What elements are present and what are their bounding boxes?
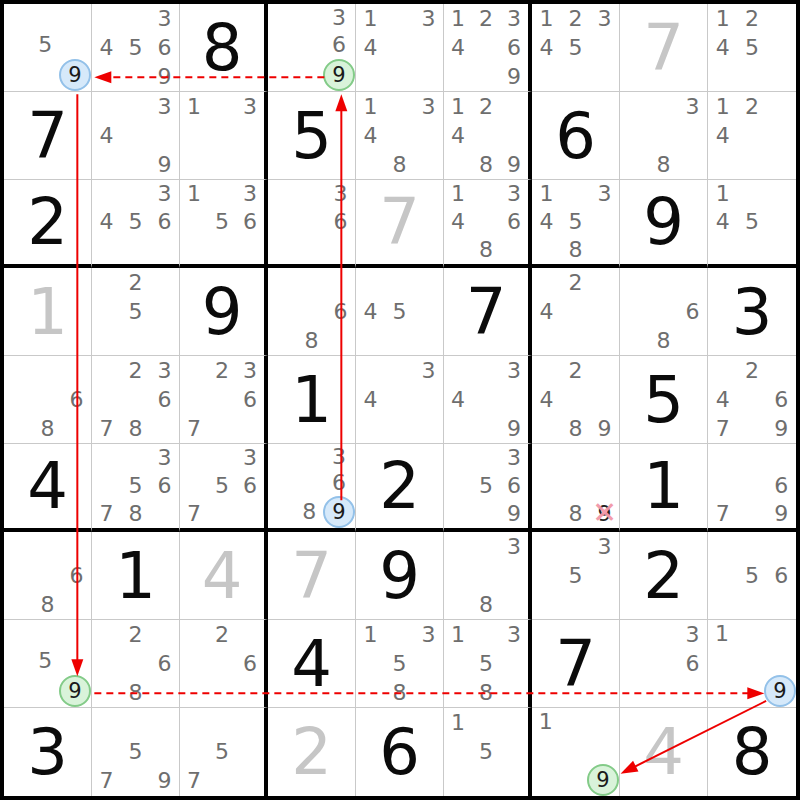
candidate-r1c6-1: 1 bbox=[451, 8, 465, 30]
candidate-r5c7-9: 9 bbox=[598, 418, 612, 440]
candidate-r8c2-8: 8 bbox=[129, 682, 143, 704]
candidates-r7c1: 68 bbox=[4, 532, 91, 619]
candidate-r7c7-3: 3 bbox=[598, 536, 612, 558]
candidate-r5c3-7: 7 bbox=[187, 418, 201, 440]
candidate-r1c4-3: 3 bbox=[332, 7, 346, 29]
cell-r9c1[interactable]: 3 bbox=[4, 708, 92, 796]
cell-r2c1[interactable]: 7 bbox=[4, 92, 92, 180]
candidate-r2c3-1: 1 bbox=[187, 96, 201, 118]
candidate-r3c7-1: 1 bbox=[540, 183, 554, 205]
candidate-r6c6-6: 6 bbox=[507, 475, 521, 497]
candidate-r6c7-8: 8 bbox=[569, 503, 583, 525]
candidate-r7c1-8: 8 bbox=[41, 594, 55, 616]
candidates-r3c2: 3456 bbox=[92, 180, 179, 264]
candidate-r2c9-4: 4 bbox=[716, 125, 730, 147]
candidate-r8c5-5: 5 bbox=[393, 653, 407, 675]
cell-r8c7[interactable]: 7 bbox=[532, 620, 620, 708]
candidate-r2c8-3: 3 bbox=[686, 96, 700, 118]
candidate-r8c8-3: 3 bbox=[686, 624, 700, 646]
candidates-r1c4: 369 bbox=[268, 4, 355, 91]
digit-r2c7: 6 bbox=[555, 104, 596, 168]
cell-r2c6[interactable]: 12489 bbox=[444, 92, 532, 180]
cell-r1c2[interactable]: 34569 bbox=[92, 4, 180, 92]
digit-r8c7: 7 bbox=[555, 632, 596, 696]
candidate-r7c6-8: 8 bbox=[479, 594, 493, 616]
candidate-r3c9-4: 4 bbox=[716, 211, 730, 233]
candidate-r3c6-4: 4 bbox=[451, 211, 465, 233]
candidates-r3c7: 13458 bbox=[532, 180, 619, 264]
digit-r6c5: 2 bbox=[379, 454, 420, 518]
candidates-r7c9: 56 bbox=[708, 532, 796, 619]
candidates-r7c7: 35 bbox=[532, 532, 619, 619]
cell-r6c8[interactable]: 1 bbox=[620, 444, 708, 532]
candidate-r6c9-7: 7 bbox=[716, 503, 730, 525]
cell-r6c9[interactable]: 679 bbox=[708, 444, 796, 532]
cell-r5c6[interactable]: 349 bbox=[444, 356, 532, 444]
candidate-r9c6-1: 1 bbox=[451, 712, 465, 734]
candidate-r4c4-8: 8 bbox=[305, 330, 319, 352]
candidate-r1c9-4: 4 bbox=[716, 37, 730, 59]
candidate-r3c3-6: 6 bbox=[243, 211, 257, 233]
candidates-r1c2: 34569 bbox=[92, 4, 179, 91]
candidate-r2c5-8: 8 bbox=[393, 154, 407, 176]
cell-r4c6[interactable]: 7 bbox=[444, 268, 532, 356]
cell-r5c5[interactable]: 34 bbox=[356, 356, 444, 444]
candidate-r3c6-6: 6 bbox=[507, 211, 521, 233]
candidate-r3c2-3: 3 bbox=[158, 183, 172, 205]
cell-r9c5[interactable]: 6 bbox=[356, 708, 444, 796]
candidate-r2c5-4: 4 bbox=[364, 125, 378, 147]
digit-r2c4: 5 bbox=[291, 104, 332, 168]
candidate-r3c4-3: 3 bbox=[334, 183, 348, 205]
cell-r1c7[interactable]: 12345 bbox=[532, 4, 620, 92]
solved-digit-r1c8: 7 bbox=[643, 16, 684, 80]
cell-r7c8[interactable]: 2 bbox=[620, 532, 708, 620]
cell-r5c7[interactable]: 2489 bbox=[532, 356, 620, 444]
digit-r9c5: 6 bbox=[379, 720, 420, 784]
cell-r4c7[interactable]: 24 bbox=[532, 268, 620, 356]
candidate-r6c9-6: 6 bbox=[774, 475, 788, 497]
cell-r3c5[interactable]: 7 bbox=[356, 180, 444, 268]
cell-r9c6[interactable]: 15 bbox=[444, 708, 532, 796]
candidate-r9c6-5: 5 bbox=[479, 741, 493, 763]
candidates-r7c6: 38 bbox=[444, 532, 528, 619]
cell-r8c8[interactable]: 36 bbox=[620, 620, 708, 708]
candidate-r6c4-3: 3 bbox=[332, 446, 346, 468]
cell-r4c4[interactable]: 68 bbox=[268, 268, 356, 356]
cell-r5c3[interactable]: 2367 bbox=[180, 356, 268, 444]
candidate-r7c7-5: 5 bbox=[569, 565, 583, 587]
cell-r9c9[interactable]: 8 bbox=[708, 708, 796, 796]
candidates-r6c7: 89 bbox=[532, 444, 619, 528]
candidate-r1c9-5: 5 bbox=[745, 37, 759, 59]
candidate-r3c2-4: 4 bbox=[100, 211, 114, 233]
candidates-r8c3: 26 bbox=[180, 620, 264, 707]
candidate-r5c2-7: 7 bbox=[100, 418, 114, 440]
candidate-r8c3-2: 2 bbox=[215, 624, 229, 646]
candidate-r1c9-2: 2 bbox=[745, 8, 759, 30]
digit-r4c3: 9 bbox=[202, 280, 243, 344]
cell-r1c9[interactable]: 1245 bbox=[708, 4, 796, 92]
cell-r3c7[interactable]: 13458 bbox=[532, 180, 620, 268]
candidate-r1c6-2: 2 bbox=[479, 8, 493, 30]
cell-r8c3[interactable]: 26 bbox=[180, 620, 268, 708]
candidate-r4c7-4: 4 bbox=[540, 301, 554, 323]
candidate-r3c7-8: 8 bbox=[569, 239, 583, 261]
candidate-r5c2-2: 2 bbox=[129, 360, 143, 382]
candidates-r1c1: 59 bbox=[4, 4, 91, 91]
candidate-r5c2-8: 8 bbox=[129, 418, 143, 440]
chain-node-green-r8c1-9: 9 bbox=[59, 675, 91, 707]
candidate-r5c2-6: 6 bbox=[158, 389, 172, 411]
digit-r6c8: 1 bbox=[643, 454, 684, 518]
candidate-r1c9-1: 1 bbox=[716, 8, 730, 30]
candidate-r4c5-4: 4 bbox=[364, 301, 378, 323]
candidate-r3c6-1: 1 bbox=[451, 183, 465, 205]
candidates-r4c7: 24 bbox=[532, 268, 619, 355]
cell-r5c8[interactable]: 5 bbox=[620, 356, 708, 444]
candidate-r7c9-6: 6 bbox=[774, 565, 788, 587]
candidates-r8c9: 19 bbox=[708, 620, 796, 707]
candidate-r1c6-4: 4 bbox=[451, 37, 465, 59]
candidate-r8c2-2: 2 bbox=[129, 624, 143, 646]
candidate-r5c9-4: 4 bbox=[716, 389, 730, 411]
candidates-r6c3: 3567 bbox=[180, 444, 264, 528]
candidate-r2c2-9: 9 bbox=[158, 154, 172, 176]
eliminated-candidate-r6c7-9: 9 bbox=[598, 503, 612, 525]
candidate-r6c2-3: 3 bbox=[158, 447, 172, 469]
cell-r7c5[interactable]: 9 bbox=[356, 532, 444, 620]
candidates-r8c8: 36 bbox=[620, 620, 707, 707]
candidate-r1c2-4: 4 bbox=[100, 37, 114, 59]
candidate-r3c6-3: 3 bbox=[507, 183, 521, 205]
candidate-r3c3-5: 5 bbox=[215, 211, 229, 233]
candidate-r8c5-1: 1 bbox=[364, 624, 378, 646]
candidate-r8c6-1: 1 bbox=[451, 624, 465, 646]
cell-r2c4[interactable]: 5 bbox=[268, 92, 356, 180]
candidate-r9c2-9: 9 bbox=[158, 770, 172, 792]
candidates-r9c3: 57 bbox=[180, 708, 264, 796]
cell-r2c9[interactable]: 124 bbox=[708, 92, 796, 180]
digit-r5c8: 5 bbox=[643, 368, 684, 432]
cell-r1c3[interactable]: 8 bbox=[180, 4, 268, 92]
cell-r7c7[interactable]: 35 bbox=[532, 532, 620, 620]
candidate-r2c6-9: 9 bbox=[507, 154, 521, 176]
candidate-r5c2-3: 3 bbox=[158, 360, 172, 382]
digit-r4c6: 7 bbox=[466, 280, 507, 344]
candidates-r6c2: 35678 bbox=[92, 444, 179, 528]
candidate-r8c5-8: 8 bbox=[393, 682, 407, 704]
candidates-r3c3: 1356 bbox=[180, 180, 264, 264]
cell-r4c8[interactable]: 68 bbox=[620, 268, 708, 356]
solved-digit-r4c1: 1 bbox=[27, 280, 68, 344]
candidates-r8c5: 1358 bbox=[356, 620, 443, 707]
candidate-r4c2-5: 5 bbox=[129, 301, 143, 323]
cell-r2c8[interactable]: 38 bbox=[620, 92, 708, 180]
candidate-r4c8-8: 8 bbox=[657, 330, 671, 352]
cell-r7c3[interactable]: 4 bbox=[180, 532, 268, 620]
candidate-r1c7-4: 4 bbox=[540, 37, 554, 59]
candidate-r2c2-3: 3 bbox=[158, 96, 172, 118]
candidate-r2c6-1: 1 bbox=[451, 96, 465, 118]
cell-r2c7[interactable]: 6 bbox=[532, 92, 620, 180]
solved-digit-r3c5: 7 bbox=[379, 190, 420, 254]
candidates-r1c5: 134 bbox=[356, 4, 443, 91]
cell-r3c6[interactable]: 13468 bbox=[444, 180, 532, 268]
cell-r3c1[interactable]: 2 bbox=[4, 180, 92, 268]
candidates-r9c6: 15 bbox=[444, 708, 528, 796]
cell-r3c3[interactable]: 1356 bbox=[180, 180, 268, 268]
candidate-r6c6-9: 9 bbox=[507, 503, 521, 525]
candidates-r5c1: 68 bbox=[4, 356, 91, 443]
candidates-r5c5: 34 bbox=[356, 356, 443, 443]
candidates-r2c6: 12489 bbox=[444, 92, 528, 179]
cell-r4c5[interactable]: 45 bbox=[356, 268, 444, 356]
candidate-r2c6-2: 2 bbox=[479, 96, 493, 118]
candidates-r5c7: 2489 bbox=[532, 356, 619, 443]
cell-r2c2[interactable]: 349 bbox=[92, 92, 180, 180]
cell-r6c1[interactable]: 4 bbox=[4, 444, 92, 532]
digit-r2c1: 7 bbox=[27, 104, 68, 168]
cell-r5c4[interactable]: 1 bbox=[268, 356, 356, 444]
candidate-r7c1-6: 6 bbox=[70, 565, 84, 587]
candidate-r1c2-9: 9 bbox=[158, 66, 172, 88]
candidates-r2c9: 124 bbox=[708, 92, 796, 179]
candidate-r8c6-5: 5 bbox=[479, 653, 493, 675]
candidate-r9c2-5: 5 bbox=[129, 741, 143, 763]
candidate-r6c3-7: 7 bbox=[187, 503, 201, 525]
candidates-r8c1: 59 bbox=[4, 620, 91, 707]
candidate-r6c9-9: 9 bbox=[774, 503, 788, 525]
chain-node-blue-r6c4-9: 9 bbox=[323, 496, 355, 528]
solved-digit-r9c4: 2 bbox=[291, 720, 332, 784]
candidates-r9c2: 579 bbox=[92, 708, 179, 796]
cell-r1c1[interactable]: 59 bbox=[4, 4, 92, 92]
candidate-r1c4-6: 6 bbox=[332, 34, 346, 56]
candidate-r1c5-3: 3 bbox=[422, 8, 436, 30]
candidates-r5c3: 2367 bbox=[180, 356, 264, 443]
digit-r8c4: 4 bbox=[291, 632, 332, 696]
cell-r1c6[interactable]: 123469 bbox=[444, 4, 532, 92]
candidates-r8c6: 1358 bbox=[444, 620, 528, 707]
cell-r9c7[interactable]: 19 bbox=[532, 708, 620, 796]
candidates-r2c8: 38 bbox=[620, 92, 707, 179]
cell-r6c6[interactable]: 3569 bbox=[444, 444, 532, 532]
candidate-r5c3-3: 3 bbox=[243, 360, 257, 382]
cell-r6c5[interactable]: 2 bbox=[356, 444, 444, 532]
cell-r5c2[interactable]: 23678 bbox=[92, 356, 180, 444]
candidate-r6c3-6: 6 bbox=[243, 475, 257, 497]
candidate-r6c2-8: 8 bbox=[129, 503, 143, 525]
candidate-r8c5-3: 3 bbox=[422, 624, 436, 646]
candidate-r4c2-2: 2 bbox=[129, 272, 143, 294]
candidate-r1c2-5: 5 bbox=[129, 37, 143, 59]
candidate-r7c9-5: 5 bbox=[745, 565, 759, 587]
candidate-r5c1-6: 6 bbox=[70, 389, 84, 411]
solved-digit-r7c4: 7 bbox=[291, 544, 332, 608]
candidates-r6c4: 3689 bbox=[268, 444, 355, 528]
candidate-r2c5-1: 1 bbox=[364, 96, 378, 118]
cell-r8c1[interactable]: 59 bbox=[4, 620, 92, 708]
candidates-r3c6: 13468 bbox=[444, 180, 528, 264]
cell-r5c1[interactable]: 68 bbox=[4, 356, 92, 444]
candidate-r1c7-2: 2 bbox=[569, 8, 583, 30]
candidate-r6c4-6: 6 bbox=[332, 472, 346, 494]
candidate-r6c3-5: 5 bbox=[215, 475, 229, 497]
candidate-r2c6-8: 8 bbox=[479, 154, 493, 176]
candidate-r1c6-3: 3 bbox=[507, 8, 521, 30]
cell-r3c9[interactable]: 145 bbox=[708, 180, 796, 268]
digit-r5c4: 1 bbox=[291, 368, 332, 432]
cell-r4c1[interactable]: 1 bbox=[4, 268, 92, 356]
digit-r6c1: 4 bbox=[27, 454, 68, 518]
cell-r3c2[interactable]: 3456 bbox=[92, 180, 180, 268]
candidate-r2c3-3: 3 bbox=[243, 96, 257, 118]
cell-r9c8[interactable]: 4 bbox=[620, 708, 708, 796]
cell-r7c4[interactable]: 7 bbox=[268, 532, 356, 620]
cell-r7c6[interactable]: 38 bbox=[444, 532, 532, 620]
candidate-r1c7-3: 3 bbox=[598, 8, 612, 30]
candidate-r5c5-4: 4 bbox=[364, 389, 378, 411]
digit-r4c9: 3 bbox=[732, 280, 773, 344]
cell-r1c5[interactable]: 134 bbox=[356, 4, 444, 92]
candidates-r6c6: 3569 bbox=[444, 444, 528, 528]
candidate-r8c3-6: 6 bbox=[243, 653, 257, 675]
candidate-r1c6-6: 6 bbox=[507, 37, 521, 59]
candidate-r5c7-4: 4 bbox=[540, 389, 554, 411]
digit-r9c1: 3 bbox=[27, 720, 68, 784]
candidate-r5c7-2: 2 bbox=[569, 360, 583, 382]
cell-r8c4[interactable]: 4 bbox=[268, 620, 356, 708]
candidate-r2c9-2: 2 bbox=[745, 96, 759, 118]
candidate-r3c3-3: 3 bbox=[243, 183, 257, 205]
candidate-r5c5-3: 3 bbox=[422, 360, 436, 382]
cell-r8c5[interactable]: 1358 bbox=[356, 620, 444, 708]
candidate-r2c2-4: 4 bbox=[100, 125, 114, 147]
cell-r6c3[interactable]: 3567 bbox=[180, 444, 268, 532]
cell-r9c2[interactable]: 579 bbox=[92, 708, 180, 796]
digit-r3c8: 9 bbox=[643, 190, 684, 254]
candidate-r2c9-1: 1 bbox=[716, 96, 730, 118]
candidate-r7c6-3: 3 bbox=[507, 536, 521, 558]
cell-r1c8[interactable]: 7 bbox=[620, 4, 708, 92]
chain-node-blue-r1c1-9: 9 bbox=[59, 59, 91, 91]
candidate-r3c3-1: 1 bbox=[187, 183, 201, 205]
digit-r1c3: 8 bbox=[202, 16, 243, 80]
candidates-r2c2: 349 bbox=[92, 92, 179, 179]
candidate-r1c6-9: 9 bbox=[507, 66, 521, 88]
digit-r7c2: 1 bbox=[115, 544, 156, 608]
candidate-r4c7-2: 2 bbox=[569, 272, 583, 294]
cell-r8c2[interactable]: 268 bbox=[92, 620, 180, 708]
candidate-r5c6-4: 4 bbox=[451, 389, 465, 411]
cell-r6c4[interactable]: 3689 bbox=[268, 444, 356, 532]
cell-r3c8[interactable]: 9 bbox=[620, 180, 708, 268]
cell-r3c4[interactable]: 36 bbox=[268, 180, 356, 268]
candidate-r1c5-1: 1 bbox=[364, 8, 378, 30]
cell-r8c6[interactable]: 1358 bbox=[444, 620, 532, 708]
candidates-r6c9: 679 bbox=[708, 444, 796, 528]
candidate-r1c5-4: 4 bbox=[364, 37, 378, 59]
cell-r9c4[interactable]: 2 bbox=[268, 708, 356, 796]
candidates-r3c4: 36 bbox=[268, 180, 355, 264]
cell-r9c3[interactable]: 57 bbox=[180, 708, 268, 796]
candidates-r4c4: 68 bbox=[268, 268, 355, 355]
candidate-r8c2-6: 6 bbox=[158, 653, 172, 675]
candidate-r5c3-6: 6 bbox=[243, 389, 257, 411]
candidate-r9c7-1: 1 bbox=[539, 711, 553, 733]
cell-r5c9[interactable]: 24679 bbox=[708, 356, 796, 444]
candidate-r3c2-6: 6 bbox=[158, 211, 172, 233]
candidates-r1c7: 12345 bbox=[532, 4, 619, 91]
candidate-r5c7-8: 8 bbox=[569, 418, 583, 440]
candidate-r8c9-1: 1 bbox=[715, 623, 729, 645]
candidate-r5c1-8: 8 bbox=[41, 418, 55, 440]
candidate-r8c8-6: 6 bbox=[686, 653, 700, 675]
chain-node-green-r1c4-9: 9 bbox=[323, 59, 355, 91]
candidate-r9c2-7: 7 bbox=[100, 770, 114, 792]
candidate-r6c4-8: 8 bbox=[302, 501, 316, 523]
cell-r8c9[interactable]: 19 bbox=[708, 620, 796, 708]
candidate-r2c6-4: 4 bbox=[451, 125, 465, 147]
candidate-r3c9-5: 5 bbox=[745, 211, 759, 233]
digit-r9c9: 8 bbox=[732, 720, 773, 784]
candidate-r5c6-9: 9 bbox=[507, 418, 521, 440]
candidates-r5c9: 24679 bbox=[708, 356, 796, 443]
candidate-r5c9-6: 6 bbox=[774, 389, 788, 411]
digit-r7c5: 9 bbox=[379, 544, 420, 608]
candidate-r3c9-1: 1 bbox=[716, 183, 730, 205]
candidate-r6c3-3: 3 bbox=[243, 447, 257, 469]
candidates-r2c5: 1348 bbox=[356, 92, 443, 179]
cell-r7c2[interactable]: 1 bbox=[92, 532, 180, 620]
cell-r7c9[interactable]: 56 bbox=[708, 532, 796, 620]
candidate-r6c2-5: 5 bbox=[129, 475, 143, 497]
candidate-r3c7-3: 3 bbox=[598, 183, 612, 205]
sudoku-board: 5934569836913412346912345712457349135134… bbox=[0, 0, 800, 800]
chain-node-green-r9c7-9: 9 bbox=[587, 764, 619, 796]
cell-r7c1[interactable]: 68 bbox=[4, 532, 92, 620]
candidates-r5c6: 349 bbox=[444, 356, 528, 443]
candidates-r5c2: 23678 bbox=[92, 356, 179, 443]
digit-r3c1: 2 bbox=[27, 190, 68, 254]
candidate-r5c6-3: 3 bbox=[507, 360, 521, 382]
candidate-r3c7-4: 4 bbox=[540, 211, 554, 233]
cell-r4c2[interactable]: 25 bbox=[92, 268, 180, 356]
cell-r4c9[interactable]: 3 bbox=[708, 268, 796, 356]
cell-r2c3[interactable]: 13 bbox=[180, 92, 268, 180]
cell-r1c4[interactable]: 369 bbox=[268, 4, 356, 92]
candidate-r4c8-6: 6 bbox=[686, 301, 700, 323]
candidate-r2c5-3: 3 bbox=[422, 96, 436, 118]
candidate-r6c6-3: 3 bbox=[507, 447, 521, 469]
cell-r2c5[interactable]: 1348 bbox=[356, 92, 444, 180]
candidate-r1c7-1: 1 bbox=[540, 8, 554, 30]
candidate-r5c9-9: 9 bbox=[774, 418, 788, 440]
cell-r6c2[interactable]: 35678 bbox=[92, 444, 180, 532]
candidate-r8c1-5: 5 bbox=[38, 650, 52, 672]
cell-r4c3[interactable]: 9 bbox=[180, 268, 268, 356]
sudoku-app: 5934569836913412346912345712457349135134… bbox=[0, 0, 800, 800]
candidate-r3c4-6: 6 bbox=[334, 211, 348, 233]
candidate-r1c7-5: 5 bbox=[569, 37, 583, 59]
cell-r6c7[interactable]: 89 bbox=[532, 444, 620, 532]
candidates-r4c2: 25 bbox=[92, 268, 179, 355]
candidates-r1c6: 123469 bbox=[444, 4, 528, 91]
candidate-r9c3-7: 7 bbox=[187, 770, 201, 792]
chain-node-blue-r8c9-9: 9 bbox=[764, 675, 796, 707]
digit-r7c8: 2 bbox=[643, 544, 684, 608]
